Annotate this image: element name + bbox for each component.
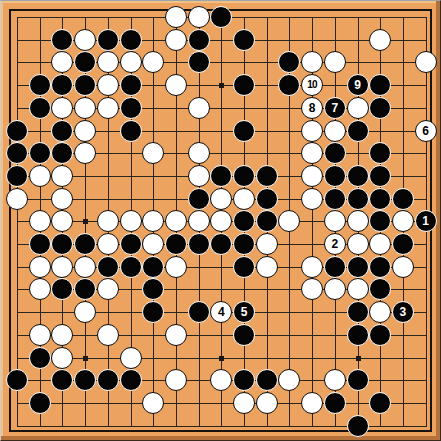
stone-white (51, 256, 73, 278)
stone-white (256, 256, 278, 278)
stone-black (347, 301, 369, 323)
stone-black (347, 165, 369, 187)
stone-black (29, 392, 51, 414)
stone-white (324, 210, 346, 232)
move-5-stone-black: 5 (233, 301, 255, 323)
stone-white (324, 120, 346, 142)
stone-black (256, 165, 278, 187)
stone-black (165, 233, 187, 255)
move-number-label: 7 (331, 102, 338, 114)
stone-white (188, 165, 210, 187)
stone-white (97, 233, 119, 255)
move-9-stone-black: 9 (347, 74, 369, 96)
stone-black (188, 301, 210, 323)
stone-black (6, 165, 28, 187)
board-bevel-left (1, 1, 3, 440)
stone-white (29, 210, 51, 232)
stone-black (233, 233, 255, 255)
stone-black (188, 233, 210, 255)
stone-white (97, 324, 119, 346)
stone-black (392, 233, 414, 255)
stone-black (233, 74, 255, 96)
stone-black (324, 188, 346, 210)
stone-white (188, 210, 210, 232)
star-point (219, 356, 224, 361)
stone-black (74, 233, 96, 255)
move-number-label: 8 (309, 102, 316, 114)
stone-white (165, 256, 187, 278)
stone-white (51, 347, 73, 369)
stone-black (369, 97, 391, 119)
stone-white (74, 97, 96, 119)
stone-white (29, 324, 51, 346)
stone-white (301, 165, 323, 187)
stone-black (256, 369, 278, 391)
stone-white (233, 392, 255, 414)
stone-black (369, 188, 391, 210)
stone-black (369, 165, 391, 187)
stone-black (6, 120, 28, 142)
move-number-label: 6 (422, 125, 429, 137)
stone-white (120, 347, 142, 369)
stone-black (256, 210, 278, 232)
stone-white (165, 6, 187, 28)
stone-white (369, 29, 391, 51)
stone-black (51, 29, 73, 51)
stone-black (369, 392, 391, 414)
stone-white (301, 256, 323, 278)
stone-black (97, 256, 119, 278)
stone-white (233, 188, 255, 210)
stone-white (120, 210, 142, 232)
stone-black (369, 324, 391, 346)
stone-white (120, 51, 142, 73)
stone-black (120, 74, 142, 96)
stone-white (29, 165, 51, 187)
stone-white (188, 142, 210, 164)
star-point (83, 219, 88, 224)
stone-white (74, 120, 96, 142)
stone-black (347, 324, 369, 346)
move-7-stone-black: 7 (324, 97, 346, 119)
star-point (219, 83, 224, 88)
move-3-stone-black: 3 (392, 301, 414, 323)
stone-white (165, 29, 187, 51)
stone-white (347, 97, 369, 119)
stone-black (392, 188, 414, 210)
move-number-label: 9 (354, 79, 361, 91)
stone-black (120, 369, 142, 391)
stone-black (120, 256, 142, 278)
stone-white (415, 51, 437, 73)
stone-black (233, 29, 255, 51)
stone-black (97, 369, 119, 391)
stone-white (301, 120, 323, 142)
stone-black (324, 142, 346, 164)
stone-black (324, 165, 346, 187)
board-bevel-bottom (1, 436, 440, 440)
stone-white (6, 188, 28, 210)
stone-white (347, 210, 369, 232)
stone-white (165, 324, 187, 346)
stone-white (29, 256, 51, 278)
stone-white (210, 188, 232, 210)
stone-white (29, 278, 51, 300)
stone-black (188, 188, 210, 210)
move-number-label: 4 (218, 306, 225, 318)
stone-white (347, 278, 369, 300)
stone-black (29, 233, 51, 255)
stone-black (120, 29, 142, 51)
move-2-stone-white: 2 (324, 233, 346, 255)
stone-white (256, 233, 278, 255)
stone-white (74, 29, 96, 51)
stone-black (188, 29, 210, 51)
star-point (83, 356, 88, 361)
move-number-label: 1 (422, 215, 429, 227)
stone-black (347, 120, 369, 142)
stone-white (188, 97, 210, 119)
stone-white (324, 369, 346, 391)
stone-black (233, 165, 255, 187)
stone-black (29, 74, 51, 96)
move-number-label: 3 (400, 306, 407, 318)
stone-black (51, 120, 73, 142)
stone-black (120, 120, 142, 142)
stone-black (347, 369, 369, 391)
move-1-stone-black: 1 (415, 210, 437, 232)
stone-black (324, 256, 346, 278)
stone-white (301, 392, 323, 414)
stone-white (165, 369, 187, 391)
stone-black (347, 415, 369, 437)
stone-black (29, 347, 51, 369)
stone-black (347, 188, 369, 210)
stone-white (97, 210, 119, 232)
move-number-label: 10 (307, 80, 317, 90)
stone-white (188, 6, 210, 28)
stone-black (97, 29, 119, 51)
move-number-label: 5 (241, 306, 248, 318)
stone-white (74, 256, 96, 278)
stone-black (233, 256, 255, 278)
stone-white (301, 188, 323, 210)
stone-black (120, 97, 142, 119)
stone-white (392, 256, 414, 278)
move-6-stone-white: 6 (415, 120, 437, 142)
move-number-label: 2 (331, 238, 338, 250)
stone-black (347, 256, 369, 278)
stone-black (29, 97, 51, 119)
star-point (356, 356, 361, 361)
board-bevel-right (436, 1, 440, 440)
board-bevel-top (1, 1, 440, 3)
stone-white (97, 97, 119, 119)
stone-white (347, 233, 369, 255)
stone-black (324, 392, 346, 414)
stone-white (51, 188, 73, 210)
stone-white (165, 74, 187, 96)
stone-white (256, 392, 278, 414)
stone-black (142, 256, 164, 278)
go-board-diagram: 10987612453 (0, 0, 441, 441)
stone-black (369, 256, 391, 278)
stone-black (29, 142, 51, 164)
stone-black (256, 188, 278, 210)
grid-line-horizontal (17, 403, 427, 404)
stone-black (188, 51, 210, 73)
stone-black (233, 324, 255, 346)
stone-black (120, 233, 142, 255)
stone-white (142, 392, 164, 414)
stone-white (97, 74, 119, 96)
move-8-stone-white: 8 (301, 97, 323, 119)
stone-black (233, 120, 255, 142)
